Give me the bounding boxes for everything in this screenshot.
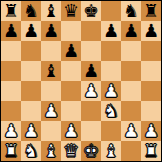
piece-white-pawn-e4[interactable]: ♟ bbox=[83, 81, 99, 101]
square-a1[interactable]: ♜ bbox=[1, 141, 21, 161]
square-f4[interactable]: ♟ bbox=[101, 81, 121, 101]
piece-white-rook-h1[interactable]: ♜ bbox=[143, 141, 159, 161]
square-c1[interactable]: ♝ bbox=[41, 141, 61, 161]
square-e1[interactable]: ♚ bbox=[81, 141, 101, 161]
square-a4[interactable] bbox=[1, 81, 21, 101]
chess-board-frame: ♜♞♝♛♚♞♜♟♟♟♟♟♟♟♝♟♟♟♟♞♟♟♟♟♟♜♞♝♛♚♝♜ bbox=[0, 0, 162, 162]
square-g8[interactable]: ♞ bbox=[121, 1, 141, 21]
piece-white-queen-d1[interactable]: ♛ bbox=[63, 141, 79, 161]
piece-white-bishop-f1[interactable]: ♝ bbox=[103, 141, 119, 161]
square-b3[interactable] bbox=[21, 101, 41, 121]
square-e3[interactable] bbox=[81, 101, 101, 121]
square-c4[interactable] bbox=[41, 81, 61, 101]
piece-black-knight-g8[interactable]: ♞ bbox=[123, 1, 139, 21]
square-f7[interactable]: ♟ bbox=[101, 21, 121, 41]
piece-white-bishop-c1[interactable]: ♝ bbox=[43, 141, 59, 161]
square-a7[interactable]: ♟ bbox=[1, 21, 21, 41]
square-d7[interactable] bbox=[61, 21, 81, 41]
piece-black-pawn-b7[interactable]: ♟ bbox=[23, 21, 39, 41]
square-f8[interactable] bbox=[101, 1, 121, 21]
square-b6[interactable] bbox=[21, 41, 41, 61]
piece-white-king-e1[interactable]: ♚ bbox=[83, 141, 99, 161]
piece-white-rook-a1[interactable]: ♜ bbox=[3, 141, 19, 161]
piece-white-pawn-g2[interactable]: ♟ bbox=[123, 121, 139, 141]
piece-black-pawn-e5[interactable]: ♟ bbox=[83, 61, 99, 81]
square-c6[interactable] bbox=[41, 41, 61, 61]
square-f2[interactable] bbox=[101, 121, 121, 141]
square-d6[interactable]: ♟ bbox=[61, 41, 81, 61]
square-g2[interactable]: ♟ bbox=[121, 121, 141, 141]
square-e4[interactable]: ♟ bbox=[81, 81, 101, 101]
piece-white-pawn-d2[interactable]: ♟ bbox=[63, 121, 79, 141]
piece-black-king-e8[interactable]: ♚ bbox=[83, 1, 99, 21]
square-g4[interactable] bbox=[121, 81, 141, 101]
piece-white-knight-f3[interactable]: ♞ bbox=[103, 101, 119, 121]
piece-white-pawn-b2[interactable]: ♟ bbox=[23, 121, 39, 141]
piece-white-pawn-a2[interactable]: ♟ bbox=[3, 121, 19, 141]
square-d3[interactable] bbox=[61, 101, 81, 121]
piece-black-queen-d8[interactable]: ♛ bbox=[63, 1, 79, 21]
piece-white-knight-b1[interactable]: ♞ bbox=[23, 141, 39, 161]
piece-black-bishop-c8[interactable]: ♝ bbox=[43, 1, 59, 21]
square-h1[interactable]: ♜ bbox=[141, 141, 161, 161]
square-b5[interactable] bbox=[21, 61, 41, 81]
square-g7[interactable]: ♟ bbox=[121, 21, 141, 41]
square-g1[interactable] bbox=[121, 141, 141, 161]
square-d4[interactable] bbox=[61, 81, 81, 101]
square-c8[interactable]: ♝ bbox=[41, 1, 61, 21]
square-a5[interactable] bbox=[1, 61, 21, 81]
square-g3[interactable] bbox=[121, 101, 141, 121]
square-h3[interactable] bbox=[141, 101, 161, 121]
square-h2[interactable]: ♟ bbox=[141, 121, 161, 141]
square-f1[interactable]: ♝ bbox=[101, 141, 121, 161]
square-d8[interactable]: ♛ bbox=[61, 1, 81, 21]
square-h6[interactable] bbox=[141, 41, 161, 61]
square-a3[interactable] bbox=[1, 101, 21, 121]
piece-black-pawn-h7[interactable]: ♟ bbox=[143, 21, 159, 41]
square-d2[interactable]: ♟ bbox=[61, 121, 81, 141]
square-a6[interactable] bbox=[1, 41, 21, 61]
square-h7[interactable]: ♟ bbox=[141, 21, 161, 41]
square-f3[interactable]: ♞ bbox=[101, 101, 121, 121]
square-h4[interactable] bbox=[141, 81, 161, 101]
square-c5[interactable]: ♝ bbox=[41, 61, 61, 81]
square-h8[interactable]: ♜ bbox=[141, 1, 161, 21]
square-e5[interactable]: ♟ bbox=[81, 61, 101, 81]
square-b8[interactable]: ♞ bbox=[21, 1, 41, 21]
piece-white-pawn-c3[interactable]: ♟ bbox=[43, 101, 59, 121]
square-b4[interactable] bbox=[21, 81, 41, 101]
square-e7[interactable] bbox=[81, 21, 101, 41]
piece-black-pawn-c7[interactable]: ♟ bbox=[43, 21, 59, 41]
piece-white-pawn-f4[interactable]: ♟ bbox=[103, 81, 119, 101]
square-a8[interactable]: ♜ bbox=[1, 1, 21, 21]
piece-white-pawn-h2[interactable]: ♟ bbox=[143, 121, 159, 141]
square-e2[interactable] bbox=[81, 121, 101, 141]
square-d5[interactable] bbox=[61, 61, 81, 81]
piece-black-pawn-g7[interactable]: ♟ bbox=[123, 21, 139, 41]
piece-black-pawn-d6[interactable]: ♟ bbox=[63, 41, 79, 61]
piece-black-pawn-a7[interactable]: ♟ bbox=[3, 21, 19, 41]
square-f5[interactable] bbox=[101, 61, 121, 81]
square-e8[interactable]: ♚ bbox=[81, 1, 101, 21]
square-h5[interactable] bbox=[141, 61, 161, 81]
square-e6[interactable] bbox=[81, 41, 101, 61]
square-a2[interactable]: ♟ bbox=[1, 121, 21, 141]
square-c3[interactable]: ♟ bbox=[41, 101, 61, 121]
square-g6[interactable] bbox=[121, 41, 141, 61]
piece-black-knight-b8[interactable]: ♞ bbox=[23, 1, 39, 21]
square-c7[interactable]: ♟ bbox=[41, 21, 61, 41]
piece-black-bishop-c5[interactable]: ♝ bbox=[43, 61, 59, 81]
square-b7[interactable]: ♟ bbox=[21, 21, 41, 41]
piece-black-rook-a8[interactable]: ♜ bbox=[3, 1, 19, 21]
piece-black-pawn-f7[interactable]: ♟ bbox=[103, 21, 119, 41]
square-c2[interactable] bbox=[41, 121, 61, 141]
piece-black-rook-h8[interactable]: ♜ bbox=[143, 1, 159, 21]
chess-board: ♜♞♝♛♚♞♜♟♟♟♟♟♟♟♝♟♟♟♟♞♟♟♟♟♟♜♞♝♛♚♝♜ bbox=[1, 1, 161, 161]
square-b2[interactable]: ♟ bbox=[21, 121, 41, 141]
square-f6[interactable] bbox=[101, 41, 121, 61]
square-g5[interactable] bbox=[121, 61, 141, 81]
square-d1[interactable]: ♛ bbox=[61, 141, 81, 161]
square-b1[interactable]: ♞ bbox=[21, 141, 41, 161]
